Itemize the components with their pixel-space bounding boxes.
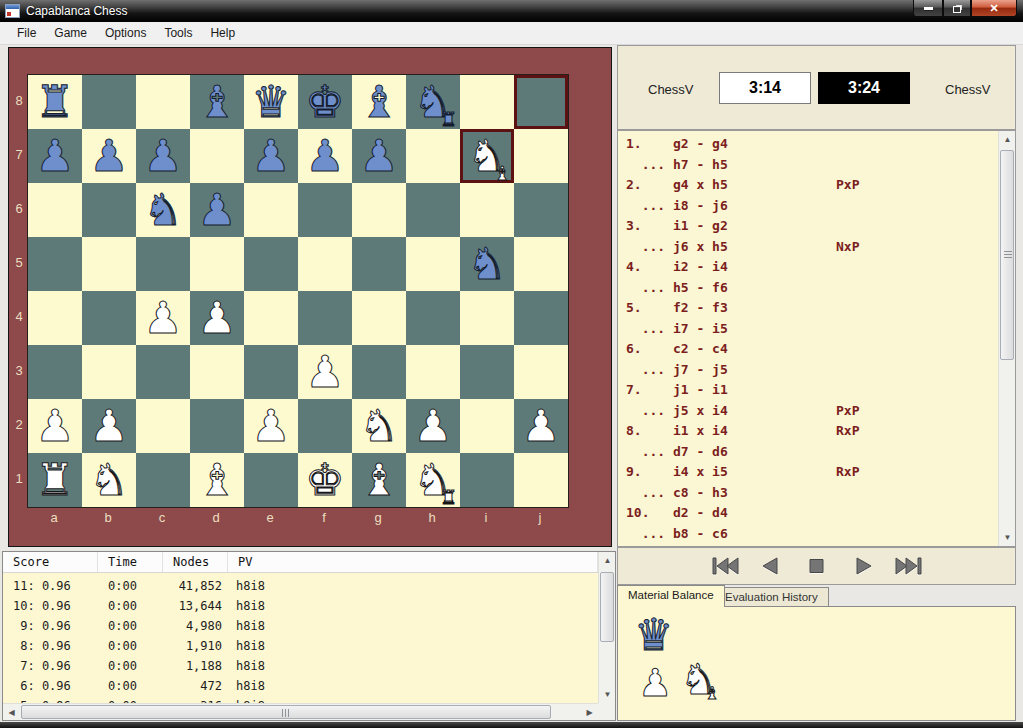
white-knight: ♞ (82, 453, 136, 507)
square-h2[interactable]: ♟ (406, 399, 460, 453)
white-knight: ♞ (352, 399, 406, 453)
menu-tools[interactable]: Tools (155, 23, 201, 43)
title-bar: Capablanca Chess ✕ (0, 0, 1023, 22)
white-king: ♚ (298, 453, 352, 507)
menu-help[interactable]: Help (201, 23, 244, 43)
move-list-vertical-scrollbar[interactable]: ▲ ▼ (998, 131, 1015, 546)
square-h7[interactable] (406, 129, 460, 183)
square-i6[interactable] (460, 183, 514, 237)
white-engine-name: ChessV (648, 82, 694, 97)
square-d1[interactable]: ♝ (190, 453, 244, 507)
white-pawn: ♟ (298, 345, 352, 399)
scroll-down-icon[interactable]: ▼ (999, 529, 1016, 546)
rank-label-7: 7 (11, 128, 27, 182)
square-i5[interactable]: ♞ (460, 237, 514, 291)
engine-nodes: 13,644 (163, 596, 228, 616)
step-back-icon (757, 556, 785, 576)
engine-score: 7: 0.96 (3, 656, 98, 676)
tab-material-balance[interactable]: Material Balance (617, 585, 725, 607)
square-g3[interactable] (352, 345, 406, 399)
engine-nodes: 316 (163, 696, 228, 703)
square-h6[interactable] (406, 183, 460, 237)
square-j2[interactable]: ♟ (514, 399, 568, 453)
restore-icon (953, 6, 961, 13)
file-label-b: b (81, 510, 135, 525)
engine-row[interactable]: 5: 0.960:00316h8i8 (3, 696, 598, 703)
move-list-panel: 1. g2 - g4 ... h7 - h52. g4 x h5PxP ... … (617, 130, 1016, 547)
window-bottom-border (0, 722, 1023, 728)
white-pawn: ♟ (406, 399, 460, 453)
square-a1[interactable]: ♜ (28, 453, 82, 507)
square-d8[interactable]: ♝ (190, 75, 244, 129)
square-a5[interactable] (28, 237, 82, 291)
square-j3[interactable] (514, 345, 568, 399)
engine-nodes: 1,188 (163, 656, 228, 676)
board-panel: 87654321 ♜♝♛♚♝♞♜♟♟♟♟♟♟♞♝♞♟♞♟♟♟♟♟♟♞♟♟♜♞♝♚… (8, 47, 612, 547)
file-label-f: f (297, 510, 351, 525)
rank-labels: 87654321 (11, 74, 27, 506)
move-line-10: ... i7 - i5 (626, 321, 997, 342)
square-d2[interactable] (190, 399, 244, 453)
engine-table-rows: 11: 0.960:0041,852h8i810: 0.960:0013,644… (3, 576, 598, 703)
move-line-14: ... j5 x i4PxP (626, 403, 997, 424)
square-f4[interactable] (298, 291, 352, 345)
square-e8[interactable]: ♛ (244, 75, 298, 129)
rank-label-3: 3 (11, 344, 27, 398)
engine-time: 0:00 (98, 636, 163, 656)
rank-label-8: 8 (11, 74, 27, 128)
white-pawn: ♟ (136, 291, 190, 345)
square-c6[interactable]: ♞ (136, 183, 190, 237)
engine-nodes: 4,980 (163, 616, 228, 636)
square-d3[interactable] (190, 345, 244, 399)
file-label-e: e (243, 510, 297, 525)
square-b5[interactable] (82, 237, 136, 291)
square-j8[interactable] (514, 75, 568, 129)
square-e3[interactable] (244, 345, 298, 399)
square-f8[interactable]: ♚ (298, 75, 352, 129)
square-f2[interactable] (298, 399, 352, 453)
square-f3[interactable]: ♟ (298, 345, 352, 399)
move-line-5: 3. i1 - g2 (626, 218, 997, 239)
square-c4[interactable]: ♟ (136, 291, 190, 345)
square-a8[interactable]: ♜ (28, 75, 82, 129)
engine-score: 8: 0.96 (3, 636, 98, 656)
square-g8[interactable]: ♝ (352, 75, 406, 129)
square-d4[interactable]: ♟ (190, 291, 244, 345)
white-archbishop: ♞♝ (680, 655, 718, 704)
square-g1[interactable]: ♝ (352, 453, 406, 507)
stop-icon (803, 556, 831, 576)
black-pawn: ♟ (298, 129, 352, 183)
restore-button[interactable] (943, 0, 971, 17)
move-line-9: 5. f2 - f3 (626, 300, 997, 321)
engine-row[interactable]: 7: 0.960:001,188h8i8 (3, 656, 598, 676)
white-pawn: ♟ (638, 661, 672, 705)
square-g7[interactable]: ♟ (352, 129, 406, 183)
black-knight: ♞ (460, 237, 514, 291)
engine-score: 9: 0.96 (3, 616, 98, 636)
scroll-right-icon[interactable]: ▶ (581, 704, 598, 721)
move-line-16: ... d7 - d6 (626, 444, 997, 465)
square-c5[interactable] (136, 237, 190, 291)
rank-label-6: 6 (11, 182, 27, 236)
square-b3[interactable] (82, 345, 136, 399)
square-f1[interactable]: ♚ (298, 453, 352, 507)
white-pawn: ♟ (82, 399, 136, 453)
black-chancellor: ♞♜ (406, 75, 460, 129)
file-label-d: d (189, 510, 243, 525)
square-e6[interactable] (244, 183, 298, 237)
minimize-button[interactable] (913, 0, 943, 17)
square-j4[interactable] (514, 291, 568, 345)
rank-label-5: 5 (11, 236, 27, 290)
move-line-17: 9. i4 x i5RxP (626, 464, 997, 485)
move-line-6: ... j6 x h5NxP (626, 239, 997, 260)
window-title: Capablanca Chess (26, 4, 127, 18)
scroll-grip (1004, 251, 1012, 259)
engine-time: 0:00 (98, 616, 163, 636)
tab-area: Material BalanceEvaluation History ♛♟♞♝ (617, 585, 1016, 721)
bishop-badge-icon: ♝ (704, 685, 719, 702)
engine-time: 0:00 (98, 676, 163, 696)
stop-button[interactable] (800, 554, 834, 578)
square-a2[interactable]: ♟ (28, 399, 82, 453)
square-h1[interactable]: ♞♜ (406, 453, 460, 507)
square-c8[interactable] (136, 75, 190, 129)
file-label-i: i (459, 510, 513, 525)
engine-pv: h8i8 (228, 576, 598, 596)
black-pawn: ♟ (28, 129, 82, 183)
white-clock: 3:14 (719, 72, 811, 104)
column-header-pv[interactable]: PV (228, 552, 598, 572)
engine-vscroll-thumb[interactable] (600, 572, 614, 642)
square-h4[interactable] (406, 291, 460, 345)
scroll-up-icon[interactable]: ▲ (999, 131, 1016, 148)
column-header-score[interactable]: Score (3, 552, 98, 572)
square-e1[interactable] (244, 453, 298, 507)
column-header-nodes[interactable]: Nodes (163, 552, 228, 572)
move-annotation: PxP (836, 403, 859, 418)
engine-output-panel: ScoreTimeNodesPV 11: 0.960:0041,852h8i81… (2, 551, 616, 721)
square-b2[interactable]: ♟ (82, 399, 136, 453)
square-h5[interactable] (406, 237, 460, 291)
square-c1[interactable] (136, 453, 190, 507)
engine-row[interactable]: 9: 0.960:004,980h8i8 (3, 616, 598, 636)
move-list-vscroll-thumb[interactable] (1000, 150, 1014, 360)
black-bishop: ♝ (352, 75, 406, 129)
engine-nodes: 472 (163, 676, 228, 696)
engine-nodes: 41,852 (163, 576, 228, 596)
black-engine-name: ChessV (945, 82, 991, 97)
square-b4[interactable] (82, 291, 136, 345)
scroll-down-icon[interactable]: ▼ (599, 686, 616, 703)
square-b8[interactable] (82, 75, 136, 129)
black-pawn: ♟ (190, 183, 244, 237)
square-b7[interactable]: ♟ (82, 129, 136, 183)
file-label-j: j (513, 510, 567, 525)
white-pawn: ♟ (244, 399, 298, 453)
column-header-time[interactable]: Time (98, 552, 163, 572)
white-pawn: ♟ (190, 291, 244, 345)
rank-label-4: 4 (11, 290, 27, 344)
move-annotation: PxP (836, 177, 859, 192)
engine-time: 0:00 (98, 576, 163, 596)
square-d7[interactable] (190, 129, 244, 183)
white-bishop: ♝ (352, 453, 406, 507)
engine-row[interactable]: 8: 0.960:001,910h8i8 (3, 636, 598, 656)
play-button[interactable] (846, 554, 880, 578)
move-line-11: 6. c2 - c4 (626, 341, 997, 362)
engine-pv: h8i8 (228, 596, 598, 616)
engine-time: 0:00 (98, 596, 163, 616)
move-line-8: ... h5 - f6 (626, 280, 997, 301)
engine-nodes: 1,910 (163, 636, 228, 656)
move-line-2: ... h7 - h5 (626, 157, 997, 178)
app-window: Capablanca Chess ✕ FileGameOptionsToolsH… (0, 0, 1023, 728)
file-label-c: c (135, 510, 189, 525)
black-bishop: ♝ (190, 75, 244, 129)
move-annotation: NxP (836, 239, 859, 254)
engine-row[interactable]: 11: 0.960:0041,852h8i8 (3, 576, 598, 596)
square-f7[interactable]: ♟ (298, 129, 352, 183)
square-j5[interactable] (514, 237, 568, 291)
menu-options[interactable]: Options (96, 23, 155, 43)
square-f6[interactable] (298, 183, 352, 237)
menu-bar: FileGameOptionsToolsHelp (0, 22, 1023, 45)
engine-pv: h8i8 (228, 696, 598, 703)
move-line-15: 8. i1 x i4RxP (626, 423, 997, 444)
menu-game[interactable]: Game (45, 23, 96, 43)
engine-pv: h8i8 (228, 656, 598, 676)
rank-label-1: 1 (11, 452, 27, 506)
rank-label-2: 2 (11, 398, 27, 452)
square-d5[interactable] (190, 237, 244, 291)
move-line-13: 7. j1 - i1 (626, 382, 997, 403)
move-line-1: 1. g2 - g4 (626, 136, 997, 157)
engine-time: 0:00 (98, 696, 163, 703)
square-a3[interactable] (28, 345, 82, 399)
move-annotation: RxP (836, 464, 859, 479)
material-balance-panel: ♛♟♞♝ (617, 606, 1016, 721)
move-line-18: ... c8 - h3 (626, 485, 997, 506)
black-pawn: ♟ (244, 129, 298, 183)
file-label-g: g (351, 510, 405, 525)
square-j1[interactable] (514, 453, 568, 507)
move-line-3: 2. g4 x h5PxP (626, 177, 997, 198)
minimize-icon (924, 7, 933, 10)
black-clock: 3:24 (818, 72, 910, 104)
skip-to-end-button[interactable] (892, 554, 926, 578)
square-g2[interactable]: ♞ (352, 399, 406, 453)
engine-pv: h8i8 (228, 636, 598, 656)
square-h8[interactable]: ♞♜ (406, 75, 460, 129)
square-j6[interactable] (514, 183, 568, 237)
scroll-up-icon[interactable]: ▲ (599, 552, 616, 569)
square-e7[interactable]: ♟ (244, 129, 298, 183)
black-pawn: ♟ (82, 129, 136, 183)
skip-to-start-icon (711, 556, 739, 576)
square-c7[interactable]: ♟ (136, 129, 190, 183)
square-e2[interactable]: ♟ (244, 399, 298, 453)
white-rook: ♜ (28, 453, 82, 507)
skip-to-start-button[interactable] (708, 554, 742, 578)
engine-time: 0:00 (98, 656, 163, 676)
engine-row[interactable]: 10: 0.960:0013,644h8i8 (3, 596, 598, 616)
black-queen: ♛ (244, 75, 298, 129)
square-c2[interactable] (136, 399, 190, 453)
square-j7[interactable] (514, 129, 568, 183)
engine-score: 6: 0.96 (3, 676, 98, 696)
black-pawn: ♟ (136, 129, 190, 183)
engine-row[interactable]: 6: 0.960:00472h8i8 (3, 676, 598, 696)
square-g4[interactable] (352, 291, 406, 345)
play-icon (849, 556, 877, 576)
close-icon: ✕ (989, 2, 998, 15)
square-h3[interactable] (406, 345, 460, 399)
move-line-20: ... b8 - c6 (626, 526, 997, 547)
square-a4[interactable] (28, 291, 82, 345)
step-back-button[interactable] (754, 554, 788, 578)
square-c3[interactable] (136, 345, 190, 399)
move-line-12: ... j7 - j5 (626, 362, 997, 383)
square-i3[interactable] (460, 345, 514, 399)
square-b6[interactable] (82, 183, 136, 237)
square-i2[interactable] (460, 399, 514, 453)
square-i7[interactable]: ♞♝ (460, 129, 514, 183)
engine-pv: h8i8 (228, 676, 598, 696)
square-i1[interactable] (460, 453, 514, 507)
skip-to-end-icon (895, 556, 923, 576)
engine-horizontal-scrollbar[interactable]: ◀ ▶ (3, 703, 598, 720)
engine-score: 10: 0.96 (3, 596, 98, 616)
scrollbar-corner (598, 703, 615, 720)
white-archbishop: ♞♝ (460, 129, 514, 183)
app-icon[interactable] (5, 4, 20, 18)
square-a7[interactable]: ♟ (28, 129, 82, 183)
rook-badge-icon: ♜ (440, 110, 457, 129)
chess-board: ♜♝♛♚♝♞♜♟♟♟♟♟♟♞♝♞♟♞♟♟♟♟♟♟♞♟♟♜♞♝♚♝♞♜ (27, 74, 569, 508)
square-i4[interactable] (460, 291, 514, 345)
white-pawn: ♟ (514, 399, 568, 453)
playback-panel (617, 547, 1016, 585)
square-d6[interactable]: ♟ (190, 183, 244, 237)
white-bishop: ♝ (190, 453, 244, 507)
move-line-7: 4. i2 - i4 (626, 259, 997, 280)
square-f5[interactable] (298, 237, 352, 291)
move-line-4: ... i8 - j6 (626, 198, 997, 219)
square-a6[interactable] (28, 183, 82, 237)
file-labels: abcdefghij (27, 510, 567, 525)
bishop-badge-icon: ♝ (494, 164, 511, 183)
engine-hscroll-thumb[interactable] (21, 705, 551, 719)
black-queen: ♛ (634, 609, 673, 660)
close-button[interactable]: ✕ (971, 0, 1017, 17)
clock-panel: ChessV 3:14 3:24 ChessV (617, 45, 1016, 130)
scroll-grip (282, 709, 290, 717)
square-e4[interactable] (244, 291, 298, 345)
black-pawn: ♟ (352, 129, 406, 183)
engine-vertical-scrollbar[interactable]: ▲ ▼ (598, 552, 615, 703)
black-knight: ♞ (136, 183, 190, 237)
square-g5[interactable] (352, 237, 406, 291)
square-i8[interactable] (460, 75, 514, 129)
move-annotation: RxP (836, 423, 859, 438)
square-g6[interactable] (352, 183, 406, 237)
engine-score: 5: 0.96 (3, 696, 98, 703)
square-b1[interactable]: ♞ (82, 453, 136, 507)
square-e5[interactable] (244, 237, 298, 291)
tab-evaluation-history[interactable]: Evaluation History (714, 587, 829, 606)
menu-file[interactable]: File (8, 23, 45, 43)
file-label-a: a (27, 510, 81, 525)
move-line-19: 10. d2 - d4 (626, 505, 997, 526)
file-label-h: h (405, 510, 459, 525)
move-list: 1. g2 - g4 ... h7 - h52. g4 x h5PxP ... … (626, 136, 997, 546)
engine-pv: h8i8 (228, 616, 598, 636)
white-pawn: ♟ (28, 399, 82, 453)
scroll-left-icon[interactable]: ◀ (3, 704, 20, 721)
tab-strip: Material BalanceEvaluation History (617, 585, 1016, 606)
engine-table-header: ScoreTimeNodesPV (3, 552, 598, 573)
white-chancellor: ♞♜ (406, 453, 460, 507)
black-king: ♚ (298, 75, 352, 129)
rook-badge-icon: ♜ (440, 488, 457, 507)
engine-score: 11: 0.96 (3, 576, 98, 596)
black-rook: ♜ (28, 75, 82, 129)
